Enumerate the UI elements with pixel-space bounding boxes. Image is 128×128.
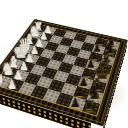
piece-white-pawn: ♟ bbox=[5, 79, 18, 90]
chess-set-photo: ♜♟♟♜♞♟♟♞♝♟♟♝♛♟♟♛♚♟♟♚♝♟♟♝♞♟♟♞♜♟♟♜ bbox=[0, 0, 128, 128]
piece-black-rook: ♜ bbox=[82, 99, 96, 113]
piece-black-pawn: ♟ bbox=[68, 98, 82, 110]
chess-board: ♜♟♟♜♞♟♟♞♝♟♟♝♛♟♟♛♚♟♟♚♝♟♟♝♞♟♟♞♜♟♟♜ bbox=[0, 19, 128, 126]
